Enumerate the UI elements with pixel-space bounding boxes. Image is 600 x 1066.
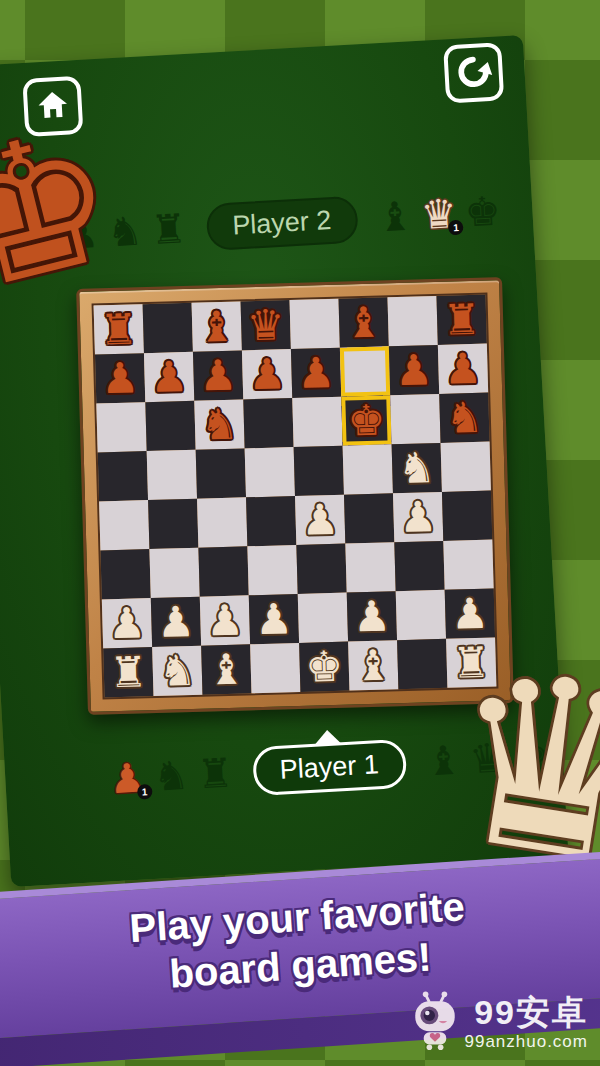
square-g7[interactable]: ♟ bbox=[389, 345, 439, 395]
red-bishop-piece: ♝ bbox=[197, 302, 236, 352]
turn-indicator-triangle bbox=[313, 729, 342, 746]
tray-silhouette-pawn: ♟ bbox=[62, 213, 100, 255]
app-screen: { "game": "chess", "position": { "fen": … bbox=[0, 0, 600, 1066]
captured-count-badge: 1 bbox=[137, 784, 153, 800]
player2-tray-right: ♝♛1♚ bbox=[376, 191, 502, 238]
white-knight-piece: ♞ bbox=[397, 443, 436, 493]
player1-tray-right: ♝♛♚ bbox=[425, 735, 551, 782]
square-d7[interactable]: ♟ bbox=[242, 349, 292, 399]
restart-button[interactable] bbox=[443, 42, 504, 103]
tray-silhouette-bishop: ♝ bbox=[376, 195, 414, 237]
red-bishop-piece: ♝ bbox=[344, 297, 383, 347]
square-b4[interactable] bbox=[148, 499, 198, 549]
white-rook-piece: ♜ bbox=[109, 647, 148, 697]
square-g6[interactable] bbox=[390, 394, 440, 444]
player1-label-pill: Player 1 bbox=[252, 738, 408, 795]
square-f1[interactable]: ♝ bbox=[348, 640, 398, 690]
white-bishop-piece: ♝ bbox=[354, 640, 393, 690]
chess-board: ♜♝♛♝♜♟♟♟♟♟♟♟♞♚♞♞♟♟♟♟♟♟♟♟♜♞♝♚♝♜ bbox=[92, 293, 499, 700]
square-a8[interactable]: ♜ bbox=[94, 304, 144, 354]
square-f8[interactable]: ♝ bbox=[339, 297, 389, 347]
tray-silhouette-knight: ♞ bbox=[152, 755, 190, 797]
square-g3[interactable] bbox=[394, 541, 444, 591]
red-knight-piece: ♞ bbox=[200, 400, 239, 450]
square-e4[interactable]: ♟ bbox=[295, 495, 345, 545]
square-f5[interactable] bbox=[343, 444, 393, 494]
square-b5[interactable] bbox=[147, 450, 197, 500]
square-c1[interactable]: ♝ bbox=[201, 644, 251, 694]
watermark: 99安卓 99anzhuo.com bbox=[413, 990, 588, 1056]
square-d4[interactable] bbox=[246, 496, 296, 546]
white-pawn-piece: ♟ bbox=[301, 495, 340, 545]
player2-tray-left: ♟♞♜ bbox=[62, 208, 188, 255]
white-bishop-piece: ♝ bbox=[207, 644, 246, 694]
red-pawn-piece: ♟ bbox=[101, 353, 140, 403]
square-a1[interactable]: ♜ bbox=[103, 647, 153, 697]
square-b2[interactable]: ♟ bbox=[151, 597, 201, 647]
square-a2[interactable]: ♟ bbox=[102, 598, 152, 648]
square-a3[interactable] bbox=[100, 549, 150, 599]
red-rook-piece: ♜ bbox=[99, 304, 138, 354]
square-b6[interactable] bbox=[145, 401, 195, 451]
home-icon bbox=[34, 86, 72, 127]
tray-silhouette-bishop: ♝ bbox=[425, 740, 463, 782]
square-h4[interactable] bbox=[442, 491, 492, 541]
square-b7[interactable]: ♟ bbox=[144, 352, 194, 402]
square-g5[interactable]: ♞ bbox=[392, 443, 442, 493]
square-f2[interactable]: ♟ bbox=[347, 591, 397, 641]
tray-silhouette-king: ♚ bbox=[512, 735, 550, 777]
captured-count-badge: 1 bbox=[448, 220, 464, 236]
square-d1[interactable] bbox=[250, 643, 300, 693]
player2-bar: ♟♞♜ Player 2 ♝♛1♚ bbox=[62, 183, 503, 263]
square-b1[interactable]: ♞ bbox=[152, 646, 202, 696]
red-rook-piece: ♜ bbox=[442, 295, 481, 345]
square-d3[interactable] bbox=[247, 545, 297, 595]
red-pawn-piece: ♟ bbox=[248, 349, 287, 399]
square-d6[interactable] bbox=[243, 398, 293, 448]
square-c8[interactable]: ♝ bbox=[192, 301, 242, 351]
captured-red-pawn: ♟1 bbox=[108, 757, 146, 799]
red-pawn-piece: ♟ bbox=[444, 344, 483, 394]
white-pawn-piece: ♟ bbox=[156, 597, 195, 647]
tray-silhouette-rook: ♜ bbox=[150, 208, 188, 250]
white-pawn-piece: ♟ bbox=[205, 595, 244, 645]
home-button[interactable] bbox=[22, 76, 83, 137]
white-knight-piece: ♞ bbox=[158, 646, 197, 696]
square-e6[interactable] bbox=[292, 397, 342, 447]
player2-label: Player 2 bbox=[232, 205, 333, 240]
square-h3[interactable] bbox=[443, 540, 493, 590]
square-f6[interactable]: ♚ bbox=[341, 395, 391, 445]
robot-mascot-icon bbox=[413, 990, 457, 1056]
square-c5[interactable] bbox=[196, 448, 246, 498]
white-pawn-piece: ♟ bbox=[107, 598, 146, 648]
square-b3[interactable] bbox=[149, 548, 199, 598]
watermark-domain: 99anzhuo.com bbox=[464, 1032, 588, 1052]
red-pawn-piece: ♟ bbox=[199, 351, 238, 401]
square-e3[interactable] bbox=[296, 544, 346, 594]
square-a5[interactable] bbox=[98, 451, 148, 501]
square-d8[interactable]: ♛ bbox=[241, 300, 291, 350]
red-king-piece: ♚ bbox=[347, 395, 386, 445]
square-e1[interactable]: ♚ bbox=[299, 642, 349, 692]
white-pawn-piece: ♟ bbox=[450, 589, 489, 639]
tray-silhouette-rook: ♜ bbox=[196, 752, 234, 794]
square-c7[interactable]: ♟ bbox=[193, 350, 243, 400]
square-c4[interactable] bbox=[197, 497, 247, 547]
player1-bar: ♟1♞♜ Player 1 ♝♛♚ bbox=[108, 727, 551, 807]
white-rook-piece: ♜ bbox=[452, 638, 491, 688]
red-pawn-piece: ♟ bbox=[297, 348, 336, 398]
white-pawn-piece: ♟ bbox=[399, 492, 438, 542]
square-h2[interactable]: ♟ bbox=[445, 588, 495, 638]
player2-label-pill: Player 2 bbox=[205, 195, 358, 250]
square-d2[interactable]: ♟ bbox=[249, 594, 299, 644]
square-a6[interactable] bbox=[96, 402, 146, 452]
square-g2[interactable] bbox=[396, 590, 446, 640]
red-pawn-piece: ♟ bbox=[395, 345, 434, 395]
white-pawn-piece: ♟ bbox=[254, 594, 293, 644]
square-h5[interactable] bbox=[441, 442, 491, 492]
square-b8[interactable] bbox=[143, 303, 193, 353]
watermark-name: 99安卓 bbox=[474, 994, 588, 1031]
square-d5[interactable] bbox=[245, 447, 295, 497]
chess-board-frame: ♜♝♛♝♜♟♟♟♟♟♟♟♞♚♞♞♟♟♟♟♟♟♟♟♜♞♝♚♝♜ bbox=[76, 277, 514, 715]
square-c3[interactable] bbox=[198, 546, 248, 596]
square-e5[interactable] bbox=[294, 446, 344, 496]
square-a4[interactable] bbox=[99, 500, 149, 550]
square-g4[interactable]: ♟ bbox=[393, 492, 443, 542]
captured-white-queen: ♛1 bbox=[420, 193, 458, 235]
red-pawn-piece: ♟ bbox=[150, 352, 189, 402]
square-g1[interactable] bbox=[397, 639, 447, 689]
white-pawn-piece: ♟ bbox=[352, 591, 391, 641]
tray-silhouette-king: ♚ bbox=[464, 191, 502, 233]
square-a7[interactable]: ♟ bbox=[95, 353, 145, 403]
tray-silhouette-queen: ♛ bbox=[468, 737, 506, 779]
square-f3[interactable] bbox=[345, 542, 395, 592]
square-e7[interactable]: ♟ bbox=[291, 348, 341, 398]
square-h7[interactable]: ♟ bbox=[438, 344, 488, 394]
square-h1[interactable]: ♜ bbox=[446, 637, 496, 687]
square-e2[interactable] bbox=[298, 593, 348, 643]
restart-icon bbox=[454, 51, 494, 94]
watermark-text: 99安卓 99anzhuo.com bbox=[464, 994, 588, 1051]
tray-silhouette-knight: ♞ bbox=[106, 211, 144, 253]
white-king-piece: ♚ bbox=[305, 642, 344, 692]
player1-label: Player 1 bbox=[279, 749, 380, 784]
player1-tray-left: ♟1♞♜ bbox=[108, 752, 234, 799]
square-c6[interactable]: ♞ bbox=[194, 399, 244, 449]
square-f4[interactable] bbox=[344, 493, 394, 543]
square-f7[interactable] bbox=[340, 346, 390, 396]
red-knight-piece: ♞ bbox=[445, 393, 484, 443]
square-g8[interactable] bbox=[387, 296, 437, 346]
square-e8[interactable] bbox=[290, 299, 340, 349]
square-h8[interactable]: ♜ bbox=[436, 295, 486, 345]
red-queen-piece: ♛ bbox=[246, 300, 285, 350]
square-c2[interactable]: ♟ bbox=[200, 595, 250, 645]
square-h6[interactable]: ♞ bbox=[439, 393, 489, 443]
